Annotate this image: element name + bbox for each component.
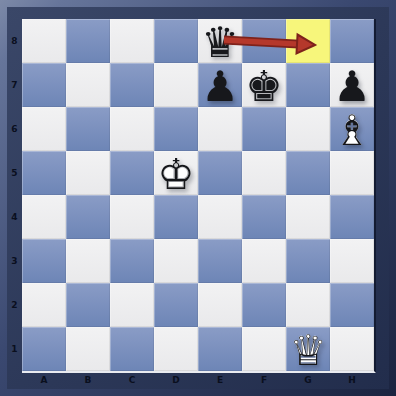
rank-label-3: 3	[7, 239, 22, 283]
white-piece-outline: ♕	[286, 327, 330, 371]
square-b8[interactable]	[66, 19, 110, 63]
white-piece-outline: ♔	[154, 151, 198, 195]
rank-label-4: 4	[7, 195, 22, 239]
square-c6[interactable]	[110, 107, 154, 151]
file-label-A: A	[22, 373, 66, 389]
square-a8[interactable]	[22, 19, 66, 63]
piece-black-queen[interactable]: ♛	[198, 19, 242, 63]
square-b5[interactable]	[66, 151, 110, 195]
square-g5[interactable]	[286, 151, 330, 195]
piece-white-bishop[interactable]: ♝♗	[330, 107, 374, 151]
square-c7[interactable]	[110, 63, 154, 107]
rank-label-7: 7	[7, 63, 22, 107]
square-f8[interactable]	[242, 19, 286, 63]
square-e8[interactable]: ♛	[198, 19, 242, 63]
square-e1[interactable]	[198, 327, 242, 371]
square-e5[interactable]	[198, 151, 242, 195]
square-g6[interactable]	[286, 107, 330, 151]
rank-label-2: 2	[7, 283, 22, 327]
rank-label-8: 8	[7, 19, 22, 63]
square-h2[interactable]	[330, 283, 374, 327]
piece-black-pawn[interactable]: ♟	[198, 63, 242, 107]
piece-black-pawn[interactable]: ♟	[330, 63, 374, 107]
square-b7[interactable]	[66, 63, 110, 107]
file-label-E: E	[198, 373, 242, 389]
piece-black-king[interactable]: ♚	[242, 63, 286, 107]
square-a2[interactable]	[22, 283, 66, 327]
square-f2[interactable]	[242, 283, 286, 327]
square-c8[interactable]	[110, 19, 154, 63]
square-d4[interactable]	[154, 195, 198, 239]
file-label-C: C	[110, 373, 154, 389]
chess-board-window: ♛♟♚♟♝♗♚♔♛♕ 87654321 ABCDEFGH	[0, 0, 396, 396]
square-f7[interactable]: ♚	[242, 63, 286, 107]
square-c2[interactable]	[110, 283, 154, 327]
square-f6[interactable]	[242, 107, 286, 151]
square-e2[interactable]	[198, 283, 242, 327]
square-c4[interactable]	[110, 195, 154, 239]
rank-label-6: 6	[7, 107, 22, 151]
square-g3[interactable]	[286, 239, 330, 283]
square-e7[interactable]: ♟	[198, 63, 242, 107]
square-f4[interactable]	[242, 195, 286, 239]
square-d6[interactable]	[154, 107, 198, 151]
square-h4[interactable]	[330, 195, 374, 239]
black-piece-glyph: ♚	[242, 63, 286, 107]
square-h5[interactable]	[330, 151, 374, 195]
file-label-F: F	[242, 373, 286, 389]
rank-label-5: 5	[7, 151, 22, 195]
white-piece-outline: ♗	[330, 107, 374, 151]
file-label-D: D	[154, 373, 198, 389]
square-c1[interactable]	[110, 327, 154, 371]
square-h7[interactable]: ♟	[330, 63, 374, 107]
square-g1[interactable]: ♛♕	[286, 327, 330, 371]
square-e3[interactable]	[198, 239, 242, 283]
square-d3[interactable]	[154, 239, 198, 283]
square-a1[interactable]	[22, 327, 66, 371]
square-f3[interactable]	[242, 239, 286, 283]
square-h6[interactable]: ♝♗	[330, 107, 374, 151]
file-label-B: B	[66, 373, 110, 389]
square-g7[interactable]	[286, 63, 330, 107]
square-a4[interactable]	[22, 195, 66, 239]
square-g2[interactable]	[286, 283, 330, 327]
square-h3[interactable]	[330, 239, 374, 283]
file-label-H: H	[330, 373, 374, 389]
black-piece-glyph: ♟	[330, 63, 374, 107]
square-a6[interactable]	[22, 107, 66, 151]
square-d1[interactable]	[154, 327, 198, 371]
piece-white-queen[interactable]: ♛♕	[286, 327, 330, 371]
square-d7[interactable]	[154, 63, 198, 107]
square-b4[interactable]	[66, 195, 110, 239]
black-piece-glyph: ♟	[198, 63, 242, 107]
square-e6[interactable]	[198, 107, 242, 151]
chess-board: ♛♟♚♟♝♗♚♔♛♕	[22, 19, 376, 373]
file-label-G: G	[286, 373, 330, 389]
square-a5[interactable]	[22, 151, 66, 195]
square-f1[interactable]	[242, 327, 286, 371]
square-g8[interactable]	[286, 19, 330, 63]
square-b6[interactable]	[66, 107, 110, 151]
square-d8[interactable]	[154, 19, 198, 63]
square-f5[interactable]	[242, 151, 286, 195]
square-b2[interactable]	[66, 283, 110, 327]
square-h1[interactable]	[330, 327, 374, 371]
square-d2[interactable]	[154, 283, 198, 327]
square-c5[interactable]	[110, 151, 154, 195]
square-b3[interactable]	[66, 239, 110, 283]
piece-white-king[interactable]: ♚♔	[154, 151, 198, 195]
square-g4[interactable]	[286, 195, 330, 239]
square-a3[interactable]	[22, 239, 66, 283]
square-c3[interactable]	[110, 239, 154, 283]
black-piece-glyph: ♛	[198, 19, 242, 63]
square-a7[interactable]	[22, 63, 66, 107]
square-b1[interactable]	[66, 327, 110, 371]
square-d5[interactable]: ♚♔	[154, 151, 198, 195]
square-e4[interactable]	[198, 195, 242, 239]
square-h8[interactable]	[330, 19, 374, 63]
rank-label-1: 1	[7, 327, 22, 371]
